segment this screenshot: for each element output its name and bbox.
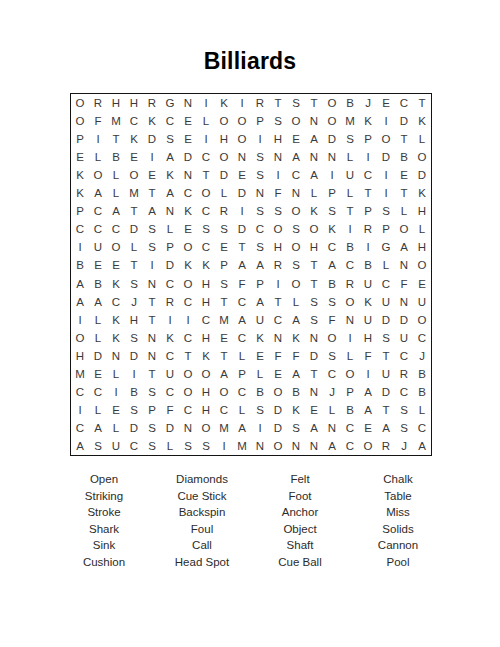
grid-cell[interactable]: O: [107, 238, 125, 256]
grid-cell[interactable]: N: [395, 293, 413, 311]
grid-cell[interactable]: N: [269, 329, 287, 347]
grid-cell[interactable]: U: [395, 329, 413, 347]
grid-cell[interactable]: L: [305, 184, 323, 202]
grid-cell[interactable]: E: [377, 94, 395, 112]
grid-cell[interactable]: A: [233, 256, 251, 274]
grid-cell[interactable]: O: [89, 166, 107, 184]
grid-cell[interactable]: N: [179, 419, 197, 437]
grid-cell[interactable]: A: [233, 419, 251, 437]
grid-cell[interactable]: N: [305, 437, 323, 455]
grid-cell[interactable]: S: [287, 94, 305, 112]
grid-cell[interactable]: S: [89, 437, 107, 455]
grid-cell[interactable]: T: [269, 94, 287, 112]
grid-cell[interactable]: I: [179, 311, 197, 329]
grid-cell[interactable]: I: [251, 419, 269, 437]
grid-cell[interactable]: O: [215, 148, 233, 166]
grid-cell[interactable]: A: [323, 437, 341, 455]
grid-cell[interactable]: B: [341, 94, 359, 112]
grid-cell[interactable]: D: [179, 148, 197, 166]
grid-cell[interactable]: O: [179, 383, 197, 401]
grid-cell[interactable]: C: [269, 311, 287, 329]
grid-cell[interactable]: P: [359, 130, 377, 148]
grid-cell[interactable]: L: [413, 220, 431, 238]
grid-cell[interactable]: T: [413, 94, 431, 112]
grid-cell[interactable]: C: [233, 383, 251, 401]
grid-cell[interactable]: A: [323, 256, 341, 274]
grid-cell[interactable]: O: [413, 311, 431, 329]
grid-cell[interactable]: C: [395, 347, 413, 365]
grid-cell[interactable]: N: [143, 274, 161, 292]
grid-cell[interactable]: D: [269, 419, 287, 437]
grid-cell[interactable]: A: [305, 130, 323, 148]
grid-cell[interactable]: C: [395, 383, 413, 401]
grid-cell[interactable]: I: [89, 130, 107, 148]
grid-cell[interactable]: T: [359, 184, 377, 202]
grid-cell[interactable]: A: [395, 238, 413, 256]
grid-cell[interactable]: U: [377, 293, 395, 311]
grid-cell[interactable]: T: [305, 94, 323, 112]
grid-cell[interactable]: T: [179, 347, 197, 365]
grid-cell[interactable]: E: [89, 365, 107, 383]
grid-cell[interactable]: J: [323, 383, 341, 401]
grid-cell[interactable]: A: [161, 148, 179, 166]
grid-cell[interactable]: D: [125, 347, 143, 365]
grid-cell[interactable]: E: [179, 112, 197, 130]
grid-cell[interactable]: O: [323, 112, 341, 130]
grid-cell[interactable]: O: [233, 130, 251, 148]
grid-cell[interactable]: S: [287, 220, 305, 238]
grid-cell[interactable]: O: [413, 148, 431, 166]
grid-cell[interactable]: K: [125, 130, 143, 148]
grid-cell[interactable]: P: [359, 202, 377, 220]
grid-cell[interactable]: D: [305, 347, 323, 365]
grid-cell[interactable]: A: [251, 293, 269, 311]
grid-cell[interactable]: C: [251, 220, 269, 238]
grid-cell[interactable]: B: [287, 383, 305, 401]
grid-cell[interactable]: A: [287, 311, 305, 329]
grid-cell[interactable]: F: [269, 184, 287, 202]
grid-cell[interactable]: F: [395, 274, 413, 292]
grid-cell[interactable]: I: [359, 238, 377, 256]
grid-cell[interactable]: P: [215, 256, 233, 274]
grid-cell[interactable]: C: [197, 238, 215, 256]
grid-cell[interactable]: B: [341, 401, 359, 419]
grid-cell[interactable]: D: [377, 383, 395, 401]
grid-cell[interactable]: S: [179, 437, 197, 455]
grid-cell[interactable]: J: [395, 437, 413, 455]
grid-cell[interactable]: I: [341, 220, 359, 238]
grid-cell[interactable]: T: [395, 184, 413, 202]
grid-cell[interactable]: B: [413, 383, 431, 401]
grid-cell[interactable]: P: [161, 238, 179, 256]
grid-cell[interactable]: A: [71, 293, 89, 311]
grid-cell[interactable]: I: [359, 148, 377, 166]
grid-cell[interactable]: E: [395, 166, 413, 184]
grid-cell[interactable]: N: [305, 329, 323, 347]
grid-cell[interactable]: D: [125, 220, 143, 238]
grid-cell[interactable]: H: [197, 329, 215, 347]
grid-cell[interactable]: I: [359, 365, 377, 383]
grid-cell[interactable]: S: [161, 130, 179, 148]
grid-cell[interactable]: P: [341, 383, 359, 401]
grid-cell[interactable]: S: [341, 130, 359, 148]
grid-cell[interactable]: O: [269, 220, 287, 238]
grid-cell[interactable]: S: [269, 112, 287, 130]
grid-cell[interactable]: I: [251, 130, 269, 148]
grid-cell[interactable]: C: [71, 383, 89, 401]
grid-cell[interactable]: H: [71, 347, 89, 365]
grid-cell[interactable]: T: [143, 293, 161, 311]
grid-cell[interactable]: F: [161, 401, 179, 419]
grid-cell[interactable]: L: [89, 148, 107, 166]
grid-cell[interactable]: F: [359, 347, 377, 365]
grid-cell[interactable]: A: [71, 437, 89, 455]
grid-cell[interactable]: F: [89, 112, 107, 130]
grid-cell[interactable]: I: [269, 166, 287, 184]
grid-cell[interactable]: E: [269, 365, 287, 383]
grid-cell[interactable]: L: [233, 401, 251, 419]
grid-cell[interactable]: D: [269, 401, 287, 419]
grid-cell[interactable]: K: [179, 202, 197, 220]
grid-cell[interactable]: I: [377, 166, 395, 184]
grid-cell[interactable]: O: [197, 365, 215, 383]
grid-cell[interactable]: S: [323, 293, 341, 311]
grid-cell[interactable]: H: [125, 311, 143, 329]
grid-cell[interactable]: D: [413, 166, 431, 184]
grid-cell[interactable]: L: [323, 401, 341, 419]
grid-cell[interactable]: P: [377, 220, 395, 238]
grid-cell[interactable]: K: [161, 329, 179, 347]
grid-cell[interactable]: D: [125, 419, 143, 437]
grid-cell[interactable]: T: [215, 347, 233, 365]
grid-cell[interactable]: C: [71, 419, 89, 437]
grid-cell[interactable]: C: [125, 112, 143, 130]
grid-cell[interactable]: I: [233, 202, 251, 220]
grid-cell[interactable]: C: [413, 419, 431, 437]
grid-cell[interactable]: U: [89, 238, 107, 256]
grid-cell[interactable]: C: [197, 148, 215, 166]
grid-cell[interactable]: O: [341, 293, 359, 311]
grid-cell[interactable]: F: [323, 311, 341, 329]
grid-cell[interactable]: A: [359, 401, 377, 419]
grid-cell[interactable]: H: [215, 130, 233, 148]
grid-cell[interactable]: K: [161, 166, 179, 184]
grid-cell[interactable]: C: [161, 347, 179, 365]
grid-cell[interactable]: C: [125, 437, 143, 455]
grid-cell[interactable]: C: [71, 220, 89, 238]
grid-cell[interactable]: N: [305, 148, 323, 166]
grid-cell[interactable]: E: [215, 329, 233, 347]
grid-cell[interactable]: R: [269, 256, 287, 274]
grid-cell[interactable]: A: [71, 274, 89, 292]
grid-cell[interactable]: R: [377, 437, 395, 455]
grid-cell[interactable]: M: [71, 365, 89, 383]
grid-cell[interactable]: S: [143, 383, 161, 401]
grid-cell[interactable]: B: [125, 383, 143, 401]
grid-cell[interactable]: U: [107, 437, 125, 455]
grid-cell[interactable]: A: [359, 383, 377, 401]
grid-cell[interactable]: L: [341, 347, 359, 365]
grid-cell[interactable]: K: [287, 329, 305, 347]
grid-cell[interactable]: L: [287, 293, 305, 311]
grid-cell[interactable]: E: [305, 401, 323, 419]
grid-cell[interactable]: R: [395, 365, 413, 383]
grid-cell[interactable]: D: [323, 130, 341, 148]
grid-cell[interactable]: M: [215, 311, 233, 329]
grid-cell[interactable]: D: [143, 130, 161, 148]
grid-cell[interactable]: F: [233, 274, 251, 292]
grid-cell[interactable]: U: [251, 311, 269, 329]
grid-cell[interactable]: C: [89, 383, 107, 401]
grid-cell[interactable]: A: [107, 202, 125, 220]
grid-cell[interactable]: N: [179, 166, 197, 184]
grid-cell[interactable]: I: [377, 184, 395, 202]
grid-cell[interactable]: H: [197, 383, 215, 401]
grid-cell[interactable]: B: [107, 148, 125, 166]
grid-cell[interactable]: P: [233, 365, 251, 383]
grid-cell[interactable]: O: [323, 329, 341, 347]
grid-cell[interactable]: H: [269, 130, 287, 148]
grid-cell[interactable]: T: [395, 130, 413, 148]
grid-cell[interactable]: S: [287, 419, 305, 437]
grid-cell[interactable]: A: [251, 256, 269, 274]
grid-cell[interactable]: K: [71, 166, 89, 184]
grid-cell[interactable]: C: [161, 274, 179, 292]
grid-cell[interactable]: R: [161, 293, 179, 311]
grid-cell[interactable]: I: [197, 94, 215, 112]
grid-cell[interactable]: E: [71, 148, 89, 166]
grid-cell[interactable]: E: [179, 220, 197, 238]
grid-cell[interactable]: C: [89, 220, 107, 238]
grid-cell[interactable]: L: [107, 184, 125, 202]
grid-cell[interactable]: S: [143, 419, 161, 437]
grid-cell[interactable]: E: [233, 166, 251, 184]
grid-cell[interactable]: D: [161, 256, 179, 274]
grid-cell[interactable]: C: [359, 166, 377, 184]
grid-cell[interactable]: N: [269, 148, 287, 166]
grid-cell[interactable]: K: [197, 347, 215, 365]
grid-cell[interactable]: T: [305, 365, 323, 383]
grid-cell[interactable]: P: [143, 401, 161, 419]
grid-cell[interactable]: K: [359, 293, 377, 311]
grid-cell[interactable]: O: [179, 274, 197, 292]
grid-cell[interactable]: S: [377, 202, 395, 220]
grid-cell[interactable]: O: [305, 220, 323, 238]
grid-cell[interactable]: O: [287, 202, 305, 220]
grid-cell[interactable]: N: [161, 202, 179, 220]
grid-cell[interactable]: B: [323, 274, 341, 292]
grid-cell[interactable]: A: [143, 202, 161, 220]
grid-cell[interactable]: D: [215, 166, 233, 184]
grid-cell[interactable]: S: [251, 238, 269, 256]
grid-cell[interactable]: N: [287, 184, 305, 202]
grid-cell[interactable]: H: [197, 274, 215, 292]
grid-cell[interactable]: K: [215, 94, 233, 112]
grid-cell[interactable]: K: [305, 202, 323, 220]
grid-cell[interactable]: H: [107, 94, 125, 112]
grid-cell[interactable]: E: [287, 130, 305, 148]
grid-cell[interactable]: U: [413, 293, 431, 311]
grid-cell[interactable]: E: [89, 256, 107, 274]
grid-cell[interactable]: B: [89, 274, 107, 292]
grid-cell[interactable]: I: [341, 329, 359, 347]
grid-cell[interactable]: L: [413, 130, 431, 148]
grid-cell[interactable]: S: [269, 202, 287, 220]
grid-cell[interactable]: J: [413, 347, 431, 365]
grid-cell[interactable]: T: [125, 256, 143, 274]
grid-cell[interactable]: L: [161, 437, 179, 455]
grid-cell[interactable]: P: [71, 202, 89, 220]
grid-cell[interactable]: H: [413, 202, 431, 220]
grid-cell[interactable]: L: [395, 202, 413, 220]
grid-cell[interactable]: I: [71, 238, 89, 256]
grid-cell[interactable]: K: [413, 112, 431, 130]
grid-cell[interactable]: M: [341, 112, 359, 130]
grid-cell[interactable]: O: [395, 220, 413, 238]
grid-cell[interactable]: S: [395, 401, 413, 419]
grid-cell[interactable]: D: [89, 347, 107, 365]
grid-cell[interactable]: H: [359, 329, 377, 347]
grid-cell[interactable]: I: [125, 365, 143, 383]
grid-cell[interactable]: I: [215, 437, 233, 455]
grid-cell[interactable]: N: [251, 184, 269, 202]
grid-cell[interactable]: E: [107, 256, 125, 274]
grid-cell[interactable]: T: [125, 202, 143, 220]
grid-cell[interactable]: K: [287, 401, 305, 419]
grid-cell[interactable]: S: [125, 329, 143, 347]
grid-cell[interactable]: O: [287, 112, 305, 130]
grid-cell[interactable]: C: [233, 329, 251, 347]
grid-cell[interactable]: E: [215, 238, 233, 256]
grid-cell[interactable]: P: [71, 130, 89, 148]
grid-cell[interactable]: N: [251, 437, 269, 455]
grid-cell[interactable]: A: [413, 437, 431, 455]
grid-cell[interactable]: S: [125, 401, 143, 419]
grid-cell[interactable]: L: [413, 401, 431, 419]
grid-cell[interactable]: A: [305, 166, 323, 184]
grid-cell[interactable]: T: [143, 184, 161, 202]
grid-cell[interactable]: N: [179, 94, 197, 112]
grid-cell[interactable]: O: [287, 238, 305, 256]
grid-cell[interactable]: L: [377, 256, 395, 274]
grid-cell[interactable]: H: [305, 238, 323, 256]
grid-cell[interactable]: T: [341, 202, 359, 220]
grid-cell[interactable]: D: [161, 419, 179, 437]
grid-cell[interactable]: M: [107, 112, 125, 130]
grid-cell[interactable]: R: [143, 94, 161, 112]
grid-cell[interactable]: C: [161, 112, 179, 130]
grid-cell[interactable]: S: [143, 238, 161, 256]
grid-cell[interactable]: A: [89, 293, 107, 311]
grid-cell[interactable]: O: [179, 365, 197, 383]
grid-cell[interactable]: T: [143, 311, 161, 329]
grid-cell[interactable]: T: [197, 166, 215, 184]
grid-cell[interactable]: L: [341, 148, 359, 166]
grid-cell[interactable]: C: [341, 419, 359, 437]
grid-cell[interactable]: C: [341, 256, 359, 274]
grid-cell[interactable]: C: [179, 293, 197, 311]
grid-cell[interactable]: D: [233, 220, 251, 238]
grid-cell[interactable]: J: [125, 293, 143, 311]
grid-cell[interactable]: C: [179, 329, 197, 347]
grid-cell[interactable]: C: [323, 365, 341, 383]
grid-cell[interactable]: P: [323, 184, 341, 202]
grid-cell[interactable]: I: [233, 94, 251, 112]
grid-cell[interactable]: H: [269, 238, 287, 256]
grid-cell[interactable]: E: [251, 347, 269, 365]
grid-cell[interactable]: H: [197, 293, 215, 311]
grid-cell[interactable]: G: [161, 94, 179, 112]
grid-cell[interactable]: K: [413, 184, 431, 202]
grid-cell[interactable]: C: [107, 220, 125, 238]
grid-cell[interactable]: I: [71, 311, 89, 329]
grid-cell[interactable]: U: [341, 166, 359, 184]
grid-cell[interactable]: E: [143, 166, 161, 184]
grid-cell[interactable]: A: [161, 184, 179, 202]
grid-cell[interactable]: I: [197, 130, 215, 148]
grid-cell[interactable]: I: [269, 274, 287, 292]
grid-cell[interactable]: A: [377, 419, 395, 437]
grid-cell[interactable]: P: [251, 274, 269, 292]
grid-cell[interactable]: L: [107, 166, 125, 184]
grid-cell[interactable]: E: [125, 148, 143, 166]
grid-cell[interactable]: O: [269, 383, 287, 401]
grid-cell[interactable]: A: [287, 365, 305, 383]
grid-cell[interactable]: T: [233, 238, 251, 256]
grid-cell[interactable]: A: [305, 419, 323, 437]
grid-cell[interactable]: N: [143, 347, 161, 365]
grid-cell[interactable]: M: [215, 419, 233, 437]
grid-cell[interactable]: D: [395, 311, 413, 329]
grid-cell[interactable]: C: [161, 383, 179, 401]
grid-cell[interactable]: C: [413, 329, 431, 347]
grid-cell[interactable]: I: [161, 311, 179, 329]
grid-cell[interactable]: O: [359, 437, 377, 455]
grid-cell[interactable]: O: [125, 166, 143, 184]
grid-cell[interactable]: C: [107, 293, 125, 311]
grid-cell[interactable]: C: [395, 94, 413, 112]
grid-cell[interactable]: I: [143, 148, 161, 166]
grid-cell[interactable]: C: [179, 401, 197, 419]
grid-cell[interactable]: U: [377, 365, 395, 383]
grid-cell[interactable]: L: [341, 184, 359, 202]
grid-cell[interactable]: E: [359, 419, 377, 437]
grid-cell[interactable]: R: [89, 94, 107, 112]
grid-cell[interactable]: R: [359, 220, 377, 238]
grid-cell[interactable]: K: [359, 112, 377, 130]
grid-cell[interactable]: T: [107, 130, 125, 148]
grid-cell[interactable]: F: [269, 347, 287, 365]
grid-cell[interactable]: B: [341, 238, 359, 256]
grid-cell[interactable]: D: [395, 112, 413, 130]
grid-cell[interactable]: H: [125, 94, 143, 112]
grid-cell[interactable]: H: [197, 401, 215, 419]
grid-cell[interactable]: T: [377, 347, 395, 365]
grid-cell[interactable]: T: [215, 293, 233, 311]
grid-cell[interactable]: C: [89, 202, 107, 220]
grid-cell[interactable]: U: [359, 311, 377, 329]
grid-cell[interactable]: S: [323, 347, 341, 365]
grid-cell[interactable]: C: [215, 401, 233, 419]
grid-cell[interactable]: S: [215, 274, 233, 292]
grid-cell[interactable]: S: [251, 401, 269, 419]
grid-cell[interactable]: S: [197, 437, 215, 455]
grid-cell[interactable]: O: [71, 94, 89, 112]
grid-cell[interactable]: I: [323, 166, 341, 184]
grid-cell[interactable]: O: [179, 238, 197, 256]
grid-cell[interactable]: S: [251, 202, 269, 220]
grid-cell[interactable]: C: [287, 166, 305, 184]
